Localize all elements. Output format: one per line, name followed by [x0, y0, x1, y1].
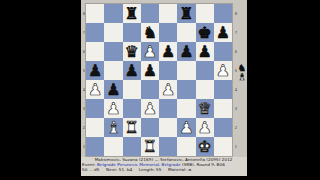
- square-a7: [86, 23, 104, 42]
- black-pawn-icon: ♟: [88, 62, 102, 78]
- square-c7: [123, 23, 141, 42]
- chess-board: ♜♜♞♚♟♛♟♟♟♟♟♟♟♟♟♟♟♟♟♛♝♜♟♟♜♚: [86, 4, 232, 156]
- rank-label-7: 7: [233, 23, 239, 42]
- game-caption: Maksimovic, Suzana (2169) — Stefanovic, …: [81, 157, 247, 176]
- square-d7: ♞: [141, 23, 159, 42]
- square-h4: [214, 80, 232, 99]
- black-pawn-icon: ♟: [161, 43, 175, 59]
- white-pawn-icon: ♟: [106, 100, 120, 116]
- square-f1: [177, 137, 195, 156]
- white-pawn-icon: ♟: [179, 119, 193, 135]
- square-b4: ♟: [104, 80, 122, 99]
- square-e5: [159, 61, 177, 80]
- square-c2: ♜: [123, 118, 141, 137]
- white-rook-icon: ♜: [124, 119, 138, 135]
- square-h2: [214, 118, 232, 137]
- square-c8: ♜: [123, 4, 141, 23]
- white-king-icon: ♚: [197, 138, 211, 154]
- square-a6: [86, 42, 104, 61]
- event-label: Event:: [82, 162, 96, 167]
- square-a3: [86, 99, 104, 118]
- square-b5: [104, 61, 122, 80]
- white-pawn-icon: ♟: [143, 43, 157, 59]
- captured-material-tray: ♞ ♝: [236, 64, 248, 82]
- black-rook-icon: ♜: [179, 5, 193, 21]
- event-name-link: Belgrade Perunovic Memorial, Belgrade: [97, 162, 181, 167]
- square-e4: ♟: [159, 80, 177, 99]
- white-queen-icon: ♛: [197, 100, 211, 116]
- rank-label-3: 3: [233, 99, 239, 118]
- event-details: (SRB), Round 9, B06: [182, 162, 225, 167]
- black-pawn-icon: ♟: [197, 43, 211, 59]
- square-d3: ♟: [141, 99, 159, 118]
- square-b2: ♝: [104, 118, 122, 137]
- square-f5: [177, 61, 195, 80]
- white-pawn-icon: ♟: [197, 119, 211, 135]
- white-bishop-icon: ♝: [238, 73, 246, 82]
- square-g7: ♚: [196, 23, 214, 42]
- square-b7: [104, 23, 122, 42]
- square-d1: ♜: [141, 137, 159, 156]
- square-a5: ♟: [86, 61, 104, 80]
- square-b8: [104, 4, 122, 23]
- square-h1: [214, 137, 232, 156]
- square-e3: [159, 99, 177, 118]
- white-rook-icon: ♜: [143, 138, 157, 154]
- square-g2: ♟: [196, 118, 214, 137]
- square-b3: ♟: [104, 99, 122, 118]
- square-f4: [177, 80, 195, 99]
- square-d5: ♟: [141, 61, 159, 80]
- rank-label-2: 2: [233, 118, 239, 137]
- square-f3: [177, 99, 195, 118]
- letterbox-right: [247, 0, 320, 180]
- white-pawn-icon: ♟: [216, 62, 230, 78]
- square-f7: [177, 23, 195, 42]
- black-pawn-icon: ♟: [216, 24, 230, 40]
- next-move: Next: 51. b4: [106, 167, 132, 172]
- chess-viewer-panel: abcdefgh 87654321 ♜♜♞♚♟♛♟♟♟♟♟♟♟♟♟♟♟♟♟♛♝♜…: [81, 0, 247, 176]
- square-c1: [123, 137, 141, 156]
- white-pawn-icon: ♟: [143, 100, 157, 116]
- square-g5: [196, 61, 214, 80]
- black-king-icon: ♚: [197, 24, 211, 40]
- square-e7: [159, 23, 177, 42]
- black-knight-icon: ♞: [143, 24, 157, 40]
- square-b6: [104, 42, 122, 61]
- white-bishop-icon: ♝: [106, 119, 120, 135]
- square-c4: [123, 80, 141, 99]
- square-g4: [196, 80, 214, 99]
- status-text: 50 ... d5Next: 51. b4Length: 55Material:…: [82, 167, 198, 171]
- square-c6: ♛: [123, 42, 141, 61]
- square-h8: [214, 4, 232, 23]
- square-e6: ♟: [159, 42, 177, 61]
- rank-label-8: 8: [233, 4, 239, 23]
- square-c5: ♟: [123, 61, 141, 80]
- square-g1: ♚: [196, 137, 214, 156]
- black-queen-icon: ♛: [124, 43, 138, 59]
- square-d2: [141, 118, 159, 137]
- game-length: Length: 55: [139, 167, 162, 172]
- last-move: 50 ... d5: [82, 167, 99, 172]
- square-g8: [196, 4, 214, 23]
- black-rook-icon: ♜: [124, 5, 138, 21]
- square-g6: ♟: [196, 42, 214, 61]
- square-h3: [214, 99, 232, 118]
- square-a2: [86, 118, 104, 137]
- square-g3: ♛: [196, 99, 214, 118]
- square-c3: [123, 99, 141, 118]
- square-f6: ♟: [177, 42, 195, 61]
- square-a8: [86, 4, 104, 23]
- rank-label-6: 6: [233, 42, 239, 61]
- square-a1: [86, 137, 104, 156]
- square-a4: ♟: [86, 80, 104, 99]
- square-h7: ♟: [214, 23, 232, 42]
- black-pawn-icon: ♟: [143, 62, 157, 78]
- letterbox-left: [0, 0, 81, 180]
- white-pawn-icon: ♟: [88, 81, 102, 97]
- video-frame: abcdefgh 87654321 ♜♜♞♚♟♛♟♟♟♟♟♟♟♟♟♟♟♟♟♛♝♜…: [0, 0, 320, 180]
- black-pawn-icon: ♟: [106, 81, 120, 97]
- square-d4: [141, 80, 159, 99]
- square-d6: ♟: [141, 42, 159, 61]
- rank-label-1: 1: [233, 137, 239, 156]
- rank-label-4: 4: [233, 80, 239, 99]
- black-pawn-icon: ♟: [179, 43, 193, 59]
- square-e1: [159, 137, 177, 156]
- square-h6: [214, 42, 232, 61]
- square-d8: [141, 4, 159, 23]
- square-e8: [159, 4, 177, 23]
- caption-status-line: 50 ... d5Next: 51. b4Length: 55Material:…: [81, 167, 248, 172]
- square-f2: ♟: [177, 118, 195, 137]
- black-pawn-icon: ♟: [124, 62, 138, 78]
- white-pawn-icon: ♟: [161, 81, 175, 97]
- square-h5: ♟: [214, 61, 232, 80]
- square-b1: [104, 137, 122, 156]
- material-balance: Material: =: [168, 167, 192, 172]
- square-e2: [159, 118, 177, 137]
- square-f8: ♜: [177, 4, 195, 23]
